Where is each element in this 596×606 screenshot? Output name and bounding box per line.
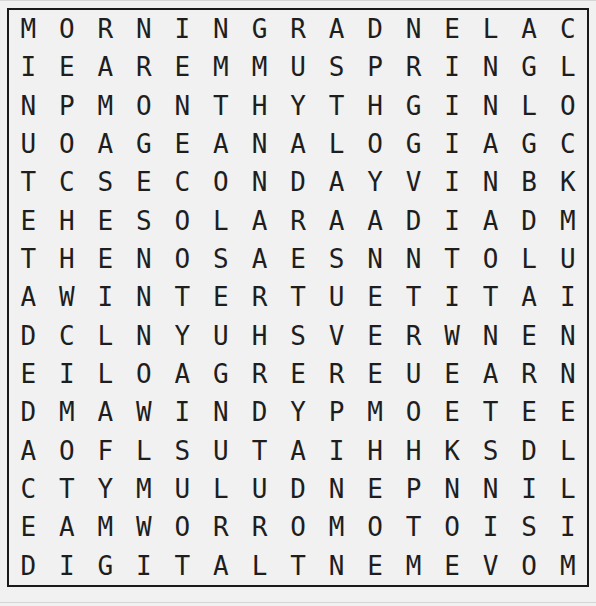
grid-cell[interactable]: G xyxy=(510,125,549,163)
grid-cell[interactable]: U xyxy=(240,470,279,508)
grid-cell[interactable]: T xyxy=(471,278,510,316)
grid-cell[interactable]: F xyxy=(86,432,125,470)
grid-cell[interactable]: D xyxy=(279,470,318,508)
grid-cell[interactable]: E xyxy=(356,470,395,508)
grid-cell[interactable]: N xyxy=(394,240,433,278)
grid-cell[interactable]: Y xyxy=(163,317,202,355)
grid-cell[interactable]: I xyxy=(163,10,202,48)
grid-cell[interactable]: A xyxy=(9,278,48,316)
grid-cell[interactable]: N xyxy=(125,278,164,316)
grid-cell[interactable]: E xyxy=(510,393,549,431)
grid-cell[interactable]: E xyxy=(279,240,318,278)
grid-cell[interactable]: N xyxy=(125,10,164,48)
grid-cell[interactable]: A xyxy=(240,202,279,240)
grid-cell[interactable]: O xyxy=(163,240,202,278)
grid-cell[interactable]: I xyxy=(433,48,472,86)
grid-border: MORNINGRADNELACIEAREMMUSPRINGLNPMONTHYTH… xyxy=(7,8,589,587)
grid-cell[interactable]: W xyxy=(433,317,472,355)
grid-cell[interactable]: T xyxy=(163,278,202,316)
grid-cell[interactable]: N xyxy=(125,317,164,355)
grid-cell[interactable]: O xyxy=(356,125,395,163)
grid-cell[interactable]: R xyxy=(240,355,279,393)
grid-cell[interactable]: D xyxy=(356,10,395,48)
grid-cell[interactable]: E xyxy=(510,317,549,355)
grid-cell[interactable]: R xyxy=(279,202,318,240)
grid-cell[interactable]: U xyxy=(9,125,48,163)
grid-cell[interactable]: L xyxy=(548,470,587,508)
grid-cell[interactable]: E xyxy=(433,10,472,48)
grid-cell[interactable]: O xyxy=(356,508,395,546)
grid-cell[interactable]: S xyxy=(279,317,318,355)
grid-cell[interactable]: N xyxy=(317,547,356,585)
grid-cell[interactable]: M xyxy=(9,10,48,48)
grid-cell[interactable]: M xyxy=(356,393,395,431)
grid-cell[interactable]: B xyxy=(510,163,549,201)
grid-cell[interactable]: T xyxy=(163,547,202,585)
grid-cell[interactable]: V xyxy=(317,317,356,355)
grid-cell[interactable]: I xyxy=(548,508,587,546)
grid-cell[interactable]: I xyxy=(433,278,472,316)
grid-cell[interactable]: E xyxy=(9,202,48,240)
grid-cell[interactable]: E xyxy=(9,508,48,546)
grid-cell[interactable]: M xyxy=(548,547,587,585)
grid-cell[interactable]: L xyxy=(317,125,356,163)
grid-cell[interactable]: O xyxy=(48,125,87,163)
grid-cell[interactable]: I xyxy=(9,48,48,86)
grid-cell[interactable]: L xyxy=(471,10,510,48)
grid-cell[interactable]: E xyxy=(125,163,164,201)
grid-cell[interactable]: I xyxy=(433,202,472,240)
grid-cell[interactable]: H xyxy=(240,87,279,125)
grid-cell[interactable]: S xyxy=(86,163,125,201)
grid-cell[interactable]: I xyxy=(317,432,356,470)
grid-cell[interactable]: M xyxy=(202,48,241,86)
grid-cell[interactable]: L xyxy=(548,48,587,86)
grid-cell[interactable]: O xyxy=(48,10,87,48)
grid-cell[interactable]: O xyxy=(163,508,202,546)
grid-cell[interactable]: N xyxy=(202,393,241,431)
grid-cell[interactable]: M xyxy=(86,87,125,125)
grid-cell[interactable]: I xyxy=(548,278,587,316)
grid-cell[interactable]: U xyxy=(163,470,202,508)
grid-cell[interactable]: D xyxy=(9,393,48,431)
grid-cell[interactable]: A xyxy=(356,202,395,240)
grid-cell[interactable]: E xyxy=(356,278,395,316)
grid-cell[interactable]: E xyxy=(356,317,395,355)
grid-cell[interactable]: T xyxy=(48,470,87,508)
grid-cell[interactable]: U xyxy=(394,355,433,393)
grid-cell[interactable]: Y xyxy=(356,163,395,201)
grid-cell[interactable]: K xyxy=(548,163,587,201)
grid-cell[interactable]: N xyxy=(471,87,510,125)
grid-cell[interactable]: O xyxy=(125,355,164,393)
grid-cell[interactable]: A xyxy=(471,125,510,163)
grid-cell[interactable]: D xyxy=(240,393,279,431)
grid-cell[interactable]: A xyxy=(48,508,87,546)
grid-cell[interactable]: G xyxy=(125,125,164,163)
grid-cell[interactable]: Y xyxy=(279,87,318,125)
grid-cell[interactable]: P xyxy=(317,393,356,431)
grid-cell[interactable]: L xyxy=(202,470,241,508)
grid-cell[interactable]: E xyxy=(356,547,395,585)
grid-cell[interactable]: G xyxy=(202,355,241,393)
grid-cell[interactable]: R xyxy=(240,508,279,546)
grid-cell[interactable]: T xyxy=(471,393,510,431)
grid-cell[interactable]: Y xyxy=(279,393,318,431)
grid-cell[interactable]: R xyxy=(317,355,356,393)
grid-cell[interactable]: I xyxy=(48,547,87,585)
grid-cell[interactable]: E xyxy=(202,278,241,316)
grid-cell[interactable]: O xyxy=(548,87,587,125)
grid-cell[interactable]: L xyxy=(86,355,125,393)
grid-cell[interactable]: H xyxy=(356,432,395,470)
grid-cell[interactable]: T xyxy=(9,240,48,278)
grid-cell[interactable]: W xyxy=(125,393,164,431)
grid-cell[interactable]: T xyxy=(279,547,318,585)
grid-cell[interactable]: N xyxy=(317,470,356,508)
grid-cell[interactable]: L xyxy=(125,432,164,470)
grid-cell[interactable]: N xyxy=(471,163,510,201)
grid-cell[interactable]: A xyxy=(86,393,125,431)
grid-cell[interactable]: O xyxy=(510,547,549,585)
grid-cell[interactable]: A xyxy=(202,547,241,585)
grid-cell[interactable]: U xyxy=(202,432,241,470)
page-edge-line-bottom xyxy=(0,602,596,603)
grid-cell[interactable]: M xyxy=(548,202,587,240)
grid-cell[interactable]: E xyxy=(356,355,395,393)
grid-cell[interactable]: L xyxy=(202,202,241,240)
grid-cell[interactable]: C xyxy=(9,470,48,508)
grid-cell[interactable]: D xyxy=(9,547,48,585)
grid-cell[interactable]: S xyxy=(317,240,356,278)
grid-cell[interactable]: O xyxy=(125,87,164,125)
grid-cell[interactable]: D xyxy=(394,202,433,240)
grid-cell[interactable]: U xyxy=(317,278,356,316)
grid-cell[interactable]: S xyxy=(317,48,356,86)
grid-cell[interactable]: O xyxy=(279,508,318,546)
grid-cell[interactable]: L xyxy=(510,240,549,278)
grid-cell[interactable]: G xyxy=(394,125,433,163)
grid-cell[interactable]: H xyxy=(48,240,87,278)
grid-cell[interactable]: T xyxy=(279,278,318,316)
grid-cell[interactable]: C xyxy=(48,163,87,201)
page-edge-line-top xyxy=(0,0,596,1)
grid-cell[interactable]: S xyxy=(471,432,510,470)
grid-cell[interactable]: M xyxy=(48,393,87,431)
grid-cell[interactable]: C xyxy=(548,10,587,48)
grid-cell[interactable]: H xyxy=(356,87,395,125)
grid-cell[interactable]: N xyxy=(163,87,202,125)
grid-cell[interactable]: T xyxy=(9,163,48,201)
grid-cell[interactable]: I xyxy=(433,163,472,201)
grid-cell[interactable]: G xyxy=(240,10,279,48)
grid-cell[interactable]: W xyxy=(125,508,164,546)
grid-cell[interactable]: R xyxy=(394,48,433,86)
grid-cell[interactable]: A xyxy=(317,10,356,48)
grid-cell[interactable]: H xyxy=(48,202,87,240)
grid-cell[interactable]: N xyxy=(471,470,510,508)
grid-cell[interactable]: S xyxy=(510,508,549,546)
grid-cell[interactable]: N xyxy=(240,163,279,201)
grid-cell[interactable]: M xyxy=(125,470,164,508)
grid-cell[interactable]: A xyxy=(240,240,279,278)
grid-cell[interactable]: C xyxy=(163,163,202,201)
grid-cell[interactable]: A xyxy=(86,125,125,163)
grid-cell[interactable]: I xyxy=(433,125,472,163)
grid-cell[interactable]: N xyxy=(471,48,510,86)
grid-cell[interactable]: R xyxy=(125,48,164,86)
grid-cell[interactable]: A xyxy=(202,125,241,163)
grid-cell[interactable]: R xyxy=(86,10,125,48)
grid-cell[interactable]: E xyxy=(86,202,125,240)
grid-cell[interactable]: G xyxy=(394,87,433,125)
grid-cell[interactable]: N xyxy=(548,317,587,355)
grid-cell[interactable]: P xyxy=(356,48,395,86)
grid-cell[interactable]: S xyxy=(163,432,202,470)
grid-cell[interactable]: I xyxy=(163,393,202,431)
grid-cell[interactable]: M xyxy=(394,547,433,585)
grid-cell[interactable]: N xyxy=(240,125,279,163)
grid-cell[interactable]: U xyxy=(548,240,587,278)
grid-cell[interactable]: W xyxy=(48,278,87,316)
grid-cell[interactable]: U xyxy=(279,48,318,86)
grid-cell[interactable]: I xyxy=(48,355,87,393)
grid-cell[interactable]: T xyxy=(394,508,433,546)
grid-cell[interactable]: T xyxy=(394,278,433,316)
grid-cell[interactable]: E xyxy=(48,48,87,86)
grid-cell[interactable]: O xyxy=(202,163,241,201)
grid-cell[interactable]: T xyxy=(433,240,472,278)
grid-cell[interactable]: O xyxy=(471,240,510,278)
grid-cell[interactable]: V xyxy=(394,163,433,201)
grid-cell[interactable]: A xyxy=(279,125,318,163)
grid-cell[interactable]: I xyxy=(510,470,549,508)
grid-cell[interactable]: R xyxy=(394,317,433,355)
word-search-grid: MORNINGRADNELACIEAREMMUSPRINGLNPMONTHYTH… xyxy=(9,10,587,585)
grid-cell[interactable]: L xyxy=(510,87,549,125)
grid-cell[interactable]: R xyxy=(279,10,318,48)
grid-cell[interactable]: G xyxy=(86,547,125,585)
grid-cell[interactable]: T xyxy=(202,87,241,125)
grid-cell[interactable]: D xyxy=(279,163,318,201)
grid-cell[interactable]: T xyxy=(317,87,356,125)
grid-cell[interactable]: O xyxy=(433,508,472,546)
grid-cell[interactable]: O xyxy=(394,393,433,431)
grid-cell[interactable]: T xyxy=(240,432,279,470)
grid-cell[interactable]: I xyxy=(86,278,125,316)
grid-cell[interactable]: S xyxy=(125,202,164,240)
grid-cell[interactable]: E xyxy=(433,355,472,393)
grid-cell[interactable]: N xyxy=(202,10,241,48)
grid-cell[interactable]: C xyxy=(48,317,87,355)
grid-cell[interactable]: E xyxy=(433,393,472,431)
grid-cell[interactable]: K xyxy=(433,432,472,470)
grid-cell[interactable]: E xyxy=(279,355,318,393)
grid-cell[interactable]: N xyxy=(9,87,48,125)
grid-cell[interactable]: C xyxy=(548,125,587,163)
grid-cell[interactable]: U xyxy=(202,317,241,355)
grid-cell[interactable]: D xyxy=(510,202,549,240)
grid-cell[interactable]: A xyxy=(317,163,356,201)
grid-cell[interactable]: A xyxy=(163,355,202,393)
grid-cell[interactable]: P xyxy=(48,87,87,125)
grid-cell[interactable]: L xyxy=(86,317,125,355)
grid-cell[interactable]: A xyxy=(9,432,48,470)
grid-cell[interactable]: A xyxy=(279,432,318,470)
grid-cell[interactable]: N xyxy=(471,317,510,355)
grid-cell[interactable]: E xyxy=(9,355,48,393)
grid-cell[interactable]: Y xyxy=(86,470,125,508)
grid-cell[interactable]: R xyxy=(510,355,549,393)
grid-cell[interactable]: O xyxy=(48,432,87,470)
grid-cell[interactable]: N xyxy=(125,240,164,278)
grid-cell[interactable]: A xyxy=(86,48,125,86)
grid-cell[interactable]: P xyxy=(394,470,433,508)
grid-cell[interactable]: L xyxy=(240,547,279,585)
grid-cell[interactable]: A xyxy=(317,202,356,240)
grid-cell[interactable]: E xyxy=(548,393,587,431)
grid-cell[interactable]: M xyxy=(86,508,125,546)
grid-cell[interactable]: I xyxy=(471,508,510,546)
grid-cell[interactable]: E xyxy=(433,547,472,585)
grid-cell[interactable]: S xyxy=(202,240,241,278)
grid-cell[interactable]: M xyxy=(240,48,279,86)
grid-cell[interactable]: D xyxy=(510,432,549,470)
grid-cell[interactable]: N xyxy=(356,240,395,278)
grid-cell[interactable]: M xyxy=(317,508,356,546)
grid-cell[interactable]: I xyxy=(433,87,472,125)
grid-cell[interactable]: I xyxy=(125,547,164,585)
grid-cell[interactable]: G xyxy=(510,48,549,86)
grid-cell[interactable]: A xyxy=(471,202,510,240)
grid-cell[interactable]: A xyxy=(471,355,510,393)
grid-cell[interactable]: N xyxy=(548,355,587,393)
grid-cell[interactable]: O xyxy=(163,202,202,240)
grid-cell[interactable]: L xyxy=(548,432,587,470)
grid-cell[interactable]: E xyxy=(86,240,125,278)
grid-cell[interactable]: R xyxy=(240,278,279,316)
grid-cell[interactable]: E xyxy=(163,125,202,163)
word-search-puzzle-page: { "game": "word-search", "grid": { "rows… xyxy=(0,0,596,606)
grid-cell[interactable]: D xyxy=(9,317,48,355)
grid-cell[interactable]: R xyxy=(202,508,241,546)
grid-cell[interactable]: A xyxy=(510,10,549,48)
grid-cell[interactable]: N xyxy=(433,470,472,508)
grid-cell[interactable]: E xyxy=(163,48,202,86)
grid-cell[interactable]: H xyxy=(394,432,433,470)
grid-cell[interactable]: A xyxy=(510,278,549,316)
grid-cell[interactable]: N xyxy=(394,10,433,48)
grid-cell[interactable]: H xyxy=(240,317,279,355)
grid-cell[interactable]: V xyxy=(471,547,510,585)
